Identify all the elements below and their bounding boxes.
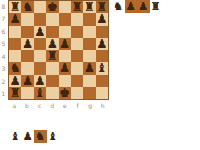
square-g6[interactable]	[83, 26, 95, 38]
square-e1[interactable]: ♚	[59, 87, 71, 99]
square-g8[interactable]: ♜	[83, 1, 95, 13]
square-b7[interactable]	[21, 13, 33, 25]
piece-white-pawn[interactable]: ♟	[35, 75, 46, 87]
square-g7[interactable]	[83, 13, 95, 25]
square-c1[interactable]: ♝	[34, 87, 46, 99]
square-c3[interactable]	[34, 62, 46, 74]
square-h5[interactable]: ♟	[96, 38, 108, 50]
square-c8[interactable]	[34, 1, 46, 13]
square-f4[interactable]	[71, 50, 83, 62]
file-label-a: a	[8, 101, 21, 109]
file-label-g: g	[84, 101, 97, 109]
piece-black-knight[interactable]: ♞	[22, 1, 33, 13]
piece-black-pawn[interactable]: ♟	[10, 13, 21, 25]
square-a2[interactable]: ♟	[9, 75, 21, 87]
spare-piece-black-pawn[interactable]: ♟	[23, 131, 33, 142]
piece-black-pawn[interactable]: ♟	[47, 38, 58, 50]
spare-piece-black-bishop[interactable]: ♝	[10, 131, 20, 142]
rank-label-2: 2	[0, 75, 7, 88]
square-d7[interactable]	[46, 13, 58, 25]
square-b4[interactable]	[21, 50, 33, 62]
spare-piece-black-rook[interactable]: ♜	[151, 1, 161, 12]
tray-cell[interactable]: ♝	[47, 130, 60, 143]
piece-black-pawn[interactable]: ♟	[35, 26, 46, 38]
square-g3[interactable]: ♟	[83, 62, 95, 74]
rank-labels: 87654321	[0, 0, 7, 100]
square-g5[interactable]	[83, 38, 95, 50]
piece-black-pawn[interactable]: ♟	[96, 38, 107, 50]
rank-label-8: 8	[0, 0, 7, 13]
square-a4[interactable]	[9, 50, 21, 62]
square-a1[interactable]: ♜	[9, 87, 21, 99]
square-d3[interactable]	[46, 62, 58, 74]
file-label-b: b	[21, 101, 34, 109]
piece-black-pawn[interactable]: ♟	[96, 13, 107, 25]
square-b3[interactable]	[21, 62, 33, 74]
square-d2[interactable]	[46, 75, 58, 87]
square-h6[interactable]	[96, 26, 108, 38]
tray-cell[interactable]: ♜	[150, 0, 163, 13]
file-label-h: h	[96, 101, 109, 109]
file-label-f: f	[71, 101, 84, 109]
square-e8[interactable]	[59, 1, 71, 13]
square-h1[interactable]	[96, 87, 108, 99]
piece-white-rook[interactable]: ♜	[47, 50, 58, 62]
square-e4[interactable]	[59, 50, 71, 62]
square-e2[interactable]	[59, 75, 71, 87]
piece-black-pawn[interactable]: ♟	[59, 38, 70, 50]
tray-cell[interactable]: ♟	[22, 130, 35, 143]
square-d5[interactable]: ♟	[46, 38, 58, 50]
square-b2[interactable]: ♟	[21, 75, 33, 87]
square-a6[interactable]	[9, 26, 21, 38]
tray-cell[interactable]: ♞	[112, 0, 125, 13]
square-c4[interactable]	[34, 50, 46, 62]
square-f1[interactable]	[71, 87, 83, 99]
piece-white-bishop[interactable]: ♝	[96, 62, 107, 74]
square-d1[interactable]	[46, 87, 58, 99]
piece-white-pawn[interactable]: ♟	[22, 75, 33, 87]
piece-white-knight[interactable]: ♞	[10, 62, 21, 74]
tray-cell[interactable]: ♞	[34, 130, 47, 143]
rank-label-4: 4	[0, 50, 7, 63]
piece-white-bishop[interactable]: ♝	[35, 87, 46, 99]
rank-label-6: 6	[0, 25, 7, 38]
square-c2[interactable]: ♟	[34, 75, 46, 87]
tray-cell[interactable]: ♟	[137, 0, 150, 13]
square-d4[interactable]: ♜	[46, 50, 58, 62]
square-a7[interactable]: ♟	[9, 13, 21, 25]
piece-black-rook[interactable]: ♜	[96, 1, 107, 13]
piece-white-pawn[interactable]: ♟	[10, 75, 21, 87]
square-h3[interactable]: ♝	[96, 62, 108, 74]
piece-white-rook[interactable]: ♜	[10, 87, 21, 99]
piece-black-pawn[interactable]: ♟	[22, 38, 33, 50]
file-label-e: e	[59, 101, 72, 109]
square-a3[interactable]: ♞	[9, 62, 21, 74]
square-d6[interactable]	[46, 26, 58, 38]
square-b6[interactable]	[21, 26, 33, 38]
piece-black-rook[interactable]: ♜	[10, 1, 21, 13]
square-h4[interactable]	[96, 50, 108, 62]
square-e5[interactable]: ♟	[59, 38, 71, 50]
piece-white-pawn[interactable]: ♟	[84, 62, 95, 74]
piece-white-king[interactable]: ♚	[59, 87, 70, 99]
file-label-d: d	[46, 101, 59, 109]
square-d8[interactable]: ♚	[46, 1, 58, 13]
chess-board: ♜♞♚♜♜♜♟♟♟♟♟♟♟♜♞♟♟♝♟♟♟♜♝♚	[8, 0, 109, 100]
square-b5[interactable]: ♟	[21, 38, 33, 50]
piece-black-rook[interactable]: ♜	[84, 1, 95, 13]
square-b8[interactable]: ♞	[21, 1, 33, 13]
square-f7[interactable]	[71, 13, 83, 25]
spare-piece-black-bishop[interactable]: ♝	[48, 131, 58, 142]
spare-pieces-tray-bottom: ♝♟♞♝	[9, 130, 59, 143]
square-f8[interactable]: ♜	[71, 1, 83, 13]
rank-label-3: 3	[0, 63, 7, 76]
piece-white-pawn[interactable]: ♟	[59, 62, 70, 74]
square-h8[interactable]: ♜	[96, 1, 108, 13]
square-a5[interactable]	[9, 38, 21, 50]
square-e3[interactable]: ♟	[59, 62, 71, 74]
square-g4[interactable]	[83, 50, 95, 62]
spare-piece-black-knight[interactable]: ♞	[113, 1, 123, 12]
square-g2[interactable]	[83, 75, 95, 87]
tray-cell[interactable]: ♟	[125, 0, 138, 13]
file-labels: abcdefgh	[8, 101, 109, 109]
spare-piece-black-knight[interactable]: ♞	[35, 131, 45, 142]
file-label-c: c	[33, 101, 46, 109]
spare-piece-black-pawn[interactable]: ♟	[126, 1, 136, 12]
square-h7[interactable]: ♟	[96, 13, 108, 25]
rank-label-5: 5	[0, 38, 7, 51]
square-a8[interactable]: ♜	[9, 1, 21, 13]
square-e6[interactable]	[59, 26, 71, 38]
square-b1[interactable]	[21, 87, 33, 99]
square-f3[interactable]	[71, 62, 83, 74]
rank-label-7: 7	[0, 13, 7, 26]
square-h2[interactable]	[96, 75, 108, 87]
square-c6[interactable]: ♟	[34, 26, 46, 38]
square-f5[interactable]	[71, 38, 83, 50]
square-e7[interactable]	[59, 13, 71, 25]
rank-label-1: 1	[0, 88, 7, 101]
spare-piece-black-pawn[interactable]: ♟	[138, 1, 148, 12]
spare-pieces-tray-top: ♞♟♟♜	[112, 0, 162, 13]
square-f6[interactable]	[71, 26, 83, 38]
tray-cell[interactable]: ♝	[9, 130, 22, 143]
piece-black-rook[interactable]: ♜	[72, 1, 83, 13]
piece-black-king[interactable]: ♚	[47, 1, 58, 13]
square-c5[interactable]	[34, 38, 46, 50]
square-c7[interactable]	[34, 13, 46, 25]
square-g1[interactable]	[83, 87, 95, 99]
square-f2[interactable]	[71, 75, 83, 87]
chess-editor-screen: 87654321 ♜♞♚♜♜♜♟♟♟♟♟♟♟♜♞♟♟♝♟♟♟♜♝♚ abcdef…	[0, 0, 200, 150]
